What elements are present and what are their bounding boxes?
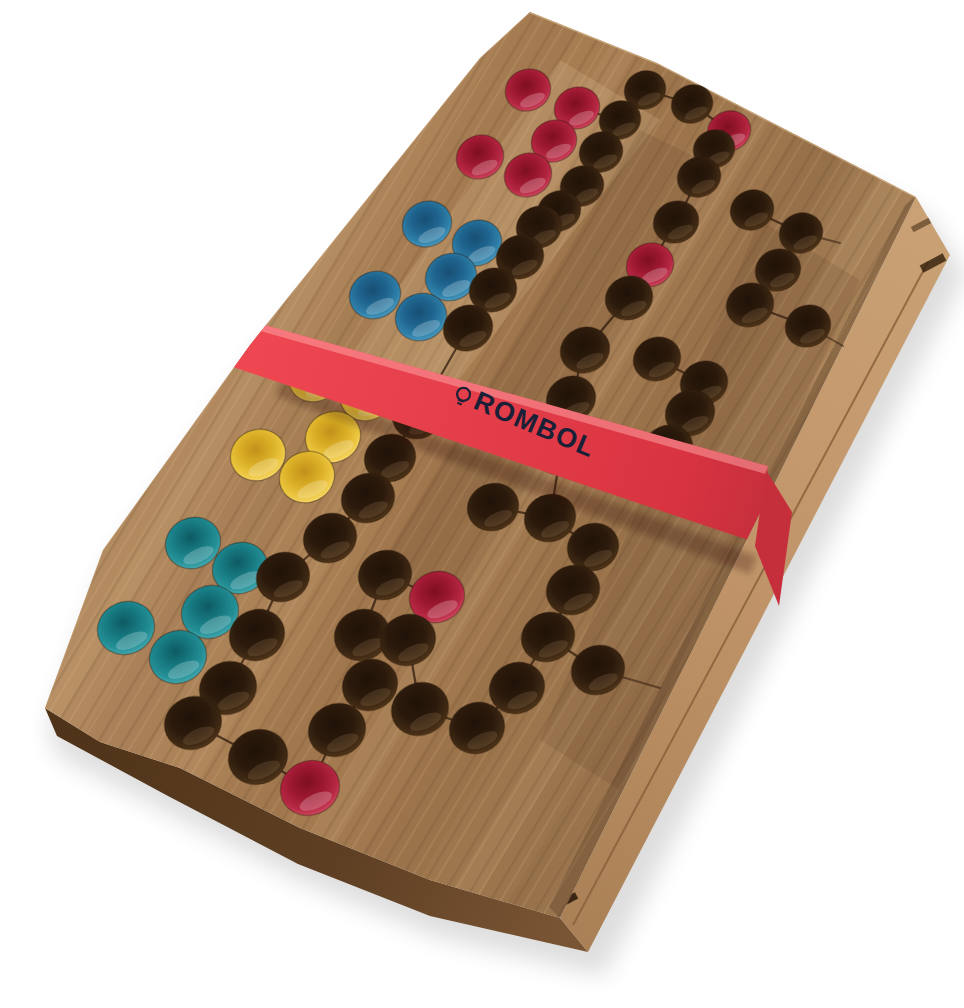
product-photo: ROMBOL: [0, 0, 964, 1008]
board-render: ROMBOL: [0, 0, 964, 1008]
